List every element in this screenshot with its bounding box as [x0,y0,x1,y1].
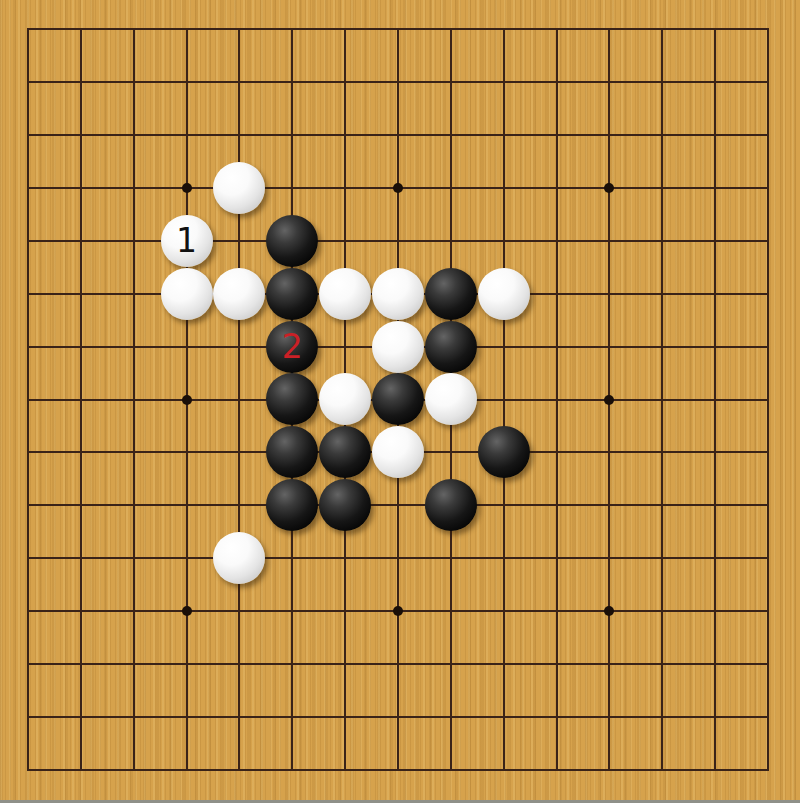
intersection-12-3[interactable] [636,161,689,214]
intersection-11-9[interactable] [583,479,636,532]
intersection-2-3[interactable] [107,161,160,214]
intersection-0-0[interactable] [2,3,55,56]
intersection-14-14[interactable] [741,743,794,796]
intersection-2-4[interactable] [107,214,160,267]
go-board: 12 [0,0,800,803]
intersection-0-9[interactable] [2,479,55,532]
intersection-2-12[interactable] [107,638,160,691]
intersection-8-4[interactable] [424,214,477,267]
intersection-6-14[interactable] [319,743,372,796]
intersection-3-9[interactable] [160,479,213,532]
intersection-9-3[interactable] [477,161,530,214]
intersection-3-0[interactable] [160,3,213,56]
intersection-6-2[interactable] [319,108,372,161]
intersection-11-14[interactable] [583,743,636,796]
intersection-10-1[interactable] [530,55,583,108]
intersection-8-6[interactable] [424,320,477,373]
intersection-3-1[interactable] [160,55,213,108]
intersection-7-6[interactable] [371,320,424,373]
intersection-0-3[interactable] [2,161,55,214]
intersection-0-13[interactable] [2,691,55,744]
intersection-11-1[interactable] [583,55,636,108]
intersection-14-9[interactable] [741,479,794,532]
intersection-9-1[interactable] [477,55,530,108]
intersection-5-7[interactable] [266,373,319,426]
intersection-10-0[interactable] [530,3,583,56]
black-stone [266,373,318,425]
intersection-8-12[interactable] [424,638,477,691]
intersection-6-13[interactable] [319,691,372,744]
intersection-2-6[interactable] [107,320,160,373]
intersection-13-10[interactable] [689,532,742,585]
intersection-4-11[interactable] [213,585,266,638]
black-stone [319,479,371,531]
intersection-12-5[interactable] [636,267,689,320]
white-stone [161,268,213,320]
intersection-4-8[interactable] [213,426,266,479]
intersection-5-8[interactable] [266,426,319,479]
intersection-5-14[interactable] [266,743,319,796]
intersection-2-14[interactable] [107,743,160,796]
intersection-0-6[interactable] [2,320,55,373]
intersection-1-12[interactable] [54,638,107,691]
intersection-14-4[interactable] [741,214,794,267]
intersection-8-7[interactable] [424,373,477,426]
intersection-13-13[interactable] [689,691,742,744]
white-stone [213,268,265,320]
white-stone [213,162,265,214]
intersection-14-3[interactable] [741,161,794,214]
intersection-1-1[interactable] [54,55,107,108]
black-stone [266,268,318,320]
intersection-7-7[interactable] [371,373,424,426]
intersection-0-14[interactable] [2,743,55,796]
intersection-3-7[interactable] [160,373,213,426]
intersection-2-8[interactable] [107,426,160,479]
intersection-11-5[interactable] [583,267,636,320]
intersection-2-0[interactable] [107,3,160,56]
intersection-9-0[interactable] [477,3,530,56]
intersection-3-11[interactable] [160,585,213,638]
intersection-6-5[interactable] [319,267,372,320]
intersection-3-6[interactable] [160,320,213,373]
intersection-6-10[interactable] [319,532,372,585]
intersection-1-9[interactable] [54,479,107,532]
white-stone [213,532,265,584]
intersection-5-6[interactable]: 2 [266,320,319,373]
intersection-8-5[interactable] [424,267,477,320]
intersection-1-8[interactable] [54,426,107,479]
intersection-7-9[interactable] [371,479,424,532]
intersection-7-14[interactable] [371,743,424,796]
intersection-3-14[interactable] [160,743,213,796]
white-stone [372,321,424,373]
intersection-9-8[interactable] [477,426,530,479]
intersection-12-6[interactable] [636,320,689,373]
intersection-2-9[interactable] [107,479,160,532]
black-stone [425,479,477,531]
intersection-3-13[interactable] [160,691,213,744]
intersection-12-11[interactable] [636,585,689,638]
intersection-10-6[interactable] [530,320,583,373]
intersection-4-5[interactable] [213,267,266,320]
black-stone [266,479,318,531]
intersection-9-10[interactable] [477,532,530,585]
intersection-12-4[interactable] [636,214,689,267]
intersection-5-10[interactable] [266,532,319,585]
intersection-12-0[interactable] [636,3,689,56]
intersection-4-0[interactable] [213,3,266,56]
intersection-4-4[interactable] [213,214,266,267]
intersection-13-0[interactable] [689,3,742,56]
intersection-10-4[interactable] [530,214,583,267]
intersection-0-1[interactable] [2,55,55,108]
white-stone [372,426,424,478]
intersection-8-0[interactable] [424,3,477,56]
intersection-2-11[interactable] [107,585,160,638]
intersection-5-11[interactable] [266,585,319,638]
intersection-7-3[interactable] [371,161,424,214]
intersection-14-2[interactable] [741,108,794,161]
intersection-9-12[interactable] [477,638,530,691]
intersection-2-5[interactable] [107,267,160,320]
intersection-7-1[interactable] [371,55,424,108]
intersection-14-7[interactable] [741,373,794,426]
intersection-6-12[interactable] [319,638,372,691]
intersection-9-14[interactable] [477,743,530,796]
intersection-2-2[interactable] [107,108,160,161]
intersection-7-13[interactable] [371,691,424,744]
intersection-8-11[interactable] [424,585,477,638]
intersection-11-6[interactable] [583,320,636,373]
intersection-0-8[interactable] [2,426,55,479]
move-number-label: 2 [282,330,303,363]
intersection-1-4[interactable] [54,214,107,267]
intersection-10-12[interactable] [530,638,583,691]
intersection-12-13[interactable] [636,691,689,744]
intersection-6-0[interactable] [319,3,372,56]
intersection-14-13[interactable] [741,691,794,744]
intersection-0-4[interactable] [2,214,55,267]
intersection-8-10[interactable] [424,532,477,585]
intersection-14-6[interactable] [741,320,794,373]
intersection-5-13[interactable] [266,691,319,744]
intersection-9-9[interactable] [477,479,530,532]
intersection-1-13[interactable] [54,691,107,744]
intersection-6-8[interactable] [319,426,372,479]
intersection-4-10[interactable] [213,532,266,585]
intersection-4-2[interactable] [213,108,266,161]
intersection-12-12[interactable] [636,638,689,691]
intersection-13-5[interactable] [689,267,742,320]
intersection-6-6[interactable] [319,320,372,373]
intersection-1-7[interactable] [54,373,107,426]
intersection-13-7[interactable] [689,373,742,426]
intersection-1-14[interactable] [54,743,107,796]
intersections-grid: 12 [2,3,795,797]
intersection-9-6[interactable] [477,320,530,373]
intersection-0-7[interactable] [2,373,55,426]
intersection-14-8[interactable] [741,426,794,479]
intersection-2-10[interactable] [107,532,160,585]
intersection-10-5[interactable] [530,267,583,320]
intersection-12-9[interactable] [636,479,689,532]
intersection-12-8[interactable] [636,426,689,479]
intersection-5-3[interactable] [266,161,319,214]
intersection-10-10[interactable] [530,532,583,585]
intersection-7-11[interactable] [371,585,424,638]
white-stone [478,268,530,320]
intersection-5-12[interactable] [266,638,319,691]
intersection-12-7[interactable] [636,373,689,426]
intersection-11-8[interactable] [583,426,636,479]
intersection-9-5[interactable] [477,267,530,320]
intersection-13-8[interactable] [689,426,742,479]
white-stone [319,268,371,320]
intersection-9-2[interactable] [477,108,530,161]
intersection-1-2[interactable] [54,108,107,161]
intersection-14-0[interactable] [741,3,794,56]
intersection-7-0[interactable] [371,3,424,56]
intersection-11-10[interactable] [583,532,636,585]
intersection-5-2[interactable] [266,108,319,161]
intersection-13-6[interactable] [689,320,742,373]
intersection-9-7[interactable] [477,373,530,426]
black-stone [372,373,424,425]
intersection-5-0[interactable] [266,3,319,56]
intersection-4-9[interactable] [213,479,266,532]
intersection-6-7[interactable] [319,373,372,426]
intersection-7-5[interactable] [371,267,424,320]
intersection-3-4[interactable]: 1 [160,214,213,267]
intersection-10-8[interactable] [530,426,583,479]
intersection-7-4[interactable] [371,214,424,267]
intersection-7-10[interactable] [371,532,424,585]
white-stone [319,373,371,425]
intersection-3-3[interactable] [160,161,213,214]
intersection-6-9[interactable] [319,479,372,532]
intersection-8-13[interactable] [424,691,477,744]
intersection-8-1[interactable] [424,55,477,108]
intersection-8-9[interactable] [424,479,477,532]
intersection-11-0[interactable] [583,3,636,56]
intersection-3-5[interactable] [160,267,213,320]
intersection-10-14[interactable] [530,743,583,796]
intersection-12-2[interactable] [636,108,689,161]
intersection-5-5[interactable] [266,267,319,320]
intersection-8-8[interactable] [424,426,477,479]
intersection-13-2[interactable] [689,108,742,161]
intersection-13-12[interactable] [689,638,742,691]
intersection-10-3[interactable] [530,161,583,214]
intersection-1-5[interactable] [54,267,107,320]
intersection-6-11[interactable] [319,585,372,638]
white-stone [425,373,477,425]
move-number-label: 1 [176,224,197,257]
intersection-2-7[interactable] [107,373,160,426]
intersection-14-12[interactable] [741,638,794,691]
intersection-5-9[interactable] [266,479,319,532]
intersection-11-4[interactable] [583,214,636,267]
intersection-1-0[interactable] [54,3,107,56]
intersection-3-12[interactable] [160,638,213,691]
intersection-12-14[interactable] [636,743,689,796]
intersection-13-11[interactable] [689,585,742,638]
black-stone [319,426,371,478]
intersection-7-8[interactable] [371,426,424,479]
intersection-11-3[interactable] [583,161,636,214]
intersection-13-1[interactable] [689,55,742,108]
intersection-11-7[interactable] [583,373,636,426]
intersection-9-11[interactable] [477,585,530,638]
black-stone [425,268,477,320]
intersection-11-11[interactable] [583,585,636,638]
intersection-4-1[interactable] [213,55,266,108]
white-stone [372,268,424,320]
intersection-0-10[interactable] [2,532,55,585]
intersection-6-3[interactable] [319,161,372,214]
intersection-1-11[interactable] [54,585,107,638]
intersection-4-7[interactable] [213,373,266,426]
intersection-4-6[interactable] [213,320,266,373]
intersection-8-14[interactable] [424,743,477,796]
intersection-10-2[interactable] [530,108,583,161]
intersection-1-10[interactable] [54,532,107,585]
intersection-5-4[interactable] [266,214,319,267]
intersection-0-11[interactable] [2,585,55,638]
intersection-0-12[interactable] [2,638,55,691]
intersection-8-3[interactable] [424,161,477,214]
intersection-6-4[interactable] [319,214,372,267]
intersection-1-6[interactable] [54,320,107,373]
intersection-0-5[interactable] [2,267,55,320]
black-stone [266,426,318,478]
intersection-4-14[interactable] [213,743,266,796]
intersection-10-13[interactable] [530,691,583,744]
black-stone [478,426,530,478]
intersection-10-7[interactable] [530,373,583,426]
intersection-12-10[interactable] [636,532,689,585]
intersection-1-3[interactable] [54,161,107,214]
black-stone: 2 [266,321,318,373]
intersection-4-13[interactable] [213,691,266,744]
intersection-14-10[interactable] [741,532,794,585]
intersection-7-12[interactable] [371,638,424,691]
intersection-9-4[interactable] [477,214,530,267]
white-stone: 1 [161,215,213,267]
intersection-13-4[interactable] [689,214,742,267]
intersection-4-12[interactable] [213,638,266,691]
intersection-14-11[interactable] [741,585,794,638]
intersection-6-1[interactable] [319,55,372,108]
intersection-14-5[interactable] [741,267,794,320]
intersection-11-2[interactable] [583,108,636,161]
intersection-11-12[interactable] [583,638,636,691]
intersection-13-9[interactable] [689,479,742,532]
intersection-2-1[interactable] [107,55,160,108]
intersection-14-1[interactable] [741,55,794,108]
intersection-2-13[interactable] [107,691,160,744]
intersection-13-14[interactable] [689,743,742,796]
intersection-8-2[interactable] [424,108,477,161]
intersection-13-3[interactable] [689,161,742,214]
intersection-5-1[interactable] [266,55,319,108]
intersection-12-1[interactable] [636,55,689,108]
intersection-10-9[interactable] [530,479,583,532]
intersection-11-13[interactable] [583,691,636,744]
black-stone [425,321,477,373]
intersection-3-8[interactable] [160,426,213,479]
black-stone [266,215,318,267]
intersection-9-13[interactable] [477,691,530,744]
intersection-3-10[interactable] [160,532,213,585]
intersection-10-11[interactable] [530,585,583,638]
intersection-3-2[interactable] [160,108,213,161]
intersection-4-3[interactable] [213,161,266,214]
intersection-0-2[interactable] [2,108,55,161]
intersection-7-2[interactable] [371,108,424,161]
